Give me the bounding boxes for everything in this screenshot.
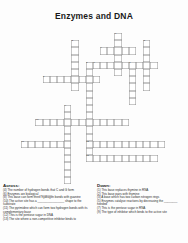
grid-cell[interactable]	[86, 76, 93, 83]
grid-void	[28, 69, 35, 76]
grid-void	[35, 47, 42, 54]
grid-cell[interactable]: 12	[86, 141, 93, 148]
grid-cell[interactable]	[79, 76, 86, 83]
grid-void	[21, 148, 28, 155]
grid-void	[107, 55, 114, 62]
grid-void	[28, 162, 35, 169]
grid-cell[interactable]	[143, 83, 150, 90]
grid-cell[interactable]	[122, 141, 129, 148]
grid-cell[interactable]	[143, 47, 150, 54]
grid-void	[114, 91, 121, 98]
grid-void	[107, 98, 114, 105]
grid-cell[interactable]	[43, 119, 50, 126]
clue-number: 3	[144, 40, 145, 43]
grid-void	[114, 98, 121, 105]
grid-void	[21, 83, 28, 90]
grid-cell[interactable]	[71, 55, 78, 62]
grid-void	[86, 170, 93, 177]
grid-void	[100, 170, 107, 177]
grid-void	[93, 170, 100, 177]
grid-void	[35, 76, 42, 83]
grid-void	[100, 162, 107, 169]
clue-number: 12	[86, 141, 89, 144]
grid-void	[50, 112, 57, 119]
grid-void	[43, 162, 50, 169]
grid-cell[interactable]	[86, 83, 93, 90]
grid-cell[interactable]	[107, 155, 114, 162]
grid-void	[57, 170, 64, 177]
grid-void	[43, 91, 50, 98]
grid-void	[57, 148, 64, 155]
clue-number: 2	[72, 40, 73, 43]
grid-void	[129, 134, 136, 141]
grid-void	[100, 98, 107, 105]
grid-void	[28, 76, 35, 83]
grid-cell[interactable]	[64, 76, 71, 83]
grid-cell[interactable]	[50, 141, 57, 148]
grid-void	[57, 155, 64, 162]
grid-void	[158, 162, 165, 169]
grid-void	[79, 126, 86, 133]
grid-void	[122, 112, 129, 119]
grid-cell[interactable]	[122, 62, 129, 69]
grid-void	[43, 148, 50, 155]
grid-cell[interactable]	[114, 40, 121, 47]
page-title: Enzymes and DNA	[0, 11, 188, 21]
grid-cell[interactable]: 3	[143, 40, 150, 47]
grid-void	[100, 76, 107, 83]
grid-void	[79, 40, 86, 47]
grid-void	[158, 112, 165, 119]
grid-cell[interactable]	[64, 134, 71, 141]
grid-cell[interactable]: 9	[64, 105, 71, 112]
grid-void	[122, 98, 129, 105]
grid-void	[35, 155, 42, 162]
grid-cell[interactable]	[71, 47, 78, 54]
grid-void	[21, 55, 28, 62]
grid-cell[interactable]: 11	[21, 141, 28, 148]
grid-cell[interactable]: 4	[100, 47, 107, 54]
grid-void	[21, 112, 28, 119]
grid-cell[interactable]	[150, 62, 157, 69]
grid-cell[interactable]	[64, 155, 71, 162]
grid-void	[50, 69, 57, 76]
grid-cell[interactable]	[71, 83, 78, 90]
grid-void	[93, 69, 100, 76]
grid-cell[interactable]	[143, 141, 150, 148]
grid-void	[21, 40, 28, 47]
grid-void	[28, 83, 35, 90]
grid-cell[interactable]: 5	[86, 62, 93, 69]
grid-void	[158, 91, 165, 98]
grid-void	[150, 47, 157, 54]
grid-void	[21, 33, 28, 40]
grid-cell[interactable]: 1	[114, 33, 121, 40]
grid-void	[28, 105, 35, 112]
grid-void	[21, 69, 28, 76]
grid-void	[93, 91, 100, 98]
grid-void	[158, 155, 165, 162]
grid-cell[interactable]	[107, 141, 114, 148]
grid-void	[122, 69, 129, 76]
grid-void	[100, 126, 107, 133]
grid-void	[100, 91, 107, 98]
grid-void	[35, 162, 42, 169]
grid-void	[150, 40, 157, 47]
grid-void	[122, 55, 129, 62]
grid-cell[interactable]	[114, 47, 121, 54]
grid-cell[interactable]	[114, 62, 121, 69]
grid-void	[86, 33, 93, 40]
grid-cell[interactable]	[150, 141, 157, 148]
grid-void	[107, 91, 114, 98]
grid-void	[114, 105, 121, 112]
grid-cell[interactable]	[71, 62, 78, 69]
grid-cell[interactable]	[71, 76, 78, 83]
grid-void	[43, 155, 50, 162]
grid-void	[35, 62, 42, 69]
grid-cell[interactable]	[136, 155, 143, 162]
grid-void	[21, 155, 28, 162]
grid-void	[28, 91, 35, 98]
grid-void	[136, 91, 143, 98]
grid-cell[interactable]	[114, 141, 121, 148]
grid-void	[28, 40, 35, 47]
grid-void	[158, 170, 165, 177]
grid-void	[43, 170, 50, 177]
grid-void	[28, 170, 35, 177]
grid-void	[122, 105, 129, 112]
grid-void	[71, 148, 78, 155]
grid-void	[114, 126, 121, 133]
grid-void	[93, 162, 100, 169]
grid-void	[100, 83, 107, 90]
grid-void	[136, 33, 143, 40]
grid-cell[interactable]	[136, 141, 143, 148]
grid-void	[107, 134, 114, 141]
grid-void	[107, 76, 114, 83]
grid-void	[150, 126, 157, 133]
grid-cell[interactable]	[57, 119, 64, 126]
grid-void	[71, 170, 78, 177]
grid-void	[114, 112, 121, 119]
grid-cell[interactable]	[107, 62, 114, 69]
grid-void	[50, 47, 57, 54]
grid-void	[136, 119, 143, 126]
grid-cell[interactable]	[86, 98, 93, 105]
grid-void	[158, 134, 165, 141]
grid-void	[79, 155, 86, 162]
grid-void	[114, 162, 121, 169]
grid-void	[50, 33, 57, 40]
clue-number: 8	[43, 76, 44, 79]
grid-cell[interactable]	[100, 119, 107, 126]
grid-void	[57, 134, 64, 141]
grid-void	[100, 33, 107, 40]
grid-void	[143, 105, 150, 112]
grid-cell[interactable]	[129, 141, 136, 148]
grid-cell[interactable]	[79, 119, 86, 126]
grid-void	[129, 148, 136, 155]
grid-void	[158, 55, 165, 62]
grid-void	[64, 62, 71, 69]
grid-cell[interactable]	[100, 141, 107, 148]
grid-cell[interactable]	[143, 62, 150, 69]
grid-void	[43, 47, 50, 54]
grid-void	[28, 98, 35, 105]
grid-void	[150, 76, 157, 83]
grid-void	[50, 91, 57, 98]
grid-void	[57, 98, 64, 105]
grid-void	[50, 105, 57, 112]
grid-cell[interactable]	[143, 155, 150, 162]
grid-cell[interactable]	[114, 69, 121, 76]
grid-void	[136, 40, 143, 47]
grid-cell[interactable]	[64, 141, 71, 148]
grid-void	[114, 134, 121, 141]
grid-void	[136, 112, 143, 119]
grid-cell[interactable]: 8	[43, 76, 50, 83]
grid-void	[93, 105, 100, 112]
grid-void	[21, 170, 28, 177]
grid-void	[28, 112, 35, 119]
grid-cell[interactable]	[143, 76, 150, 83]
grid-void	[143, 148, 150, 155]
grid-void	[158, 40, 165, 47]
grid-void	[107, 170, 114, 177]
grid-void	[122, 91, 129, 98]
grid-void	[50, 162, 57, 169]
grid-void	[79, 83, 86, 90]
grid-void	[150, 134, 157, 141]
grid-void	[50, 148, 57, 155]
grid-cell[interactable]	[143, 69, 150, 76]
grid-cell[interactable]	[50, 76, 57, 83]
grid-cell[interactable]	[136, 62, 143, 69]
grid-cell[interactable]: 7	[129, 62, 136, 69]
grid-void	[136, 162, 143, 169]
clue: (13) The site where a non-competitive in…	[3, 218, 94, 222]
grid-cell[interactable]	[86, 69, 93, 76]
grid-cell[interactable]	[158, 141, 165, 148]
grid-void	[79, 55, 86, 62]
grid-void	[43, 83, 50, 90]
grid-cell[interactable]	[107, 47, 114, 54]
grid-void	[50, 98, 57, 105]
grid-cell[interactable]	[28, 141, 35, 148]
grid-void	[158, 69, 165, 76]
grid-void	[129, 126, 136, 133]
grid-void	[158, 119, 165, 126]
grid-void	[21, 91, 28, 98]
grid-cell[interactable]	[64, 170, 71, 177]
grid-cell[interactable]	[93, 119, 100, 126]
grid-void	[150, 33, 157, 40]
clue-number: 11	[22, 141, 24, 144]
grid-void	[136, 170, 143, 177]
grid-cell[interactable]	[86, 112, 93, 119]
grid-void	[143, 134, 150, 141]
grid-void	[57, 69, 64, 76]
grid-void	[28, 119, 35, 126]
grid-void	[43, 33, 50, 40]
grid-void	[93, 47, 100, 54]
grid-cell[interactable]	[64, 148, 71, 155]
grid-void	[43, 62, 50, 69]
grid-cell[interactable]	[114, 55, 121, 62]
grid-cell[interactable]	[64, 112, 71, 119]
grid-void	[136, 47, 143, 54]
grid-cell[interactable]	[93, 141, 100, 148]
clue: (9) The type of inhibitor which binds to…	[97, 211, 185, 215]
grid-void	[50, 40, 57, 47]
grid-cell[interactable]	[122, 47, 129, 54]
grid-cell[interactable]	[86, 91, 93, 98]
grid-void	[136, 148, 143, 155]
grid-cell[interactable]	[64, 126, 71, 133]
grid-void	[150, 55, 157, 62]
grid-cell[interactable]	[143, 55, 150, 62]
grid-void	[158, 98, 165, 105]
grid-void	[129, 33, 136, 40]
grid-void	[79, 69, 86, 76]
grid-cell[interactable]	[64, 162, 71, 169]
grid-void	[79, 141, 86, 148]
grid-cell[interactable]	[129, 76, 136, 83]
grid-void	[57, 126, 64, 133]
grid-void	[122, 148, 129, 155]
grid-cell[interactable]	[35, 141, 42, 148]
grid-void	[43, 134, 50, 141]
grid-cell[interactable]	[107, 119, 114, 126]
grid-void	[35, 69, 42, 76]
grid-void	[43, 126, 50, 133]
grid-void	[150, 91, 157, 98]
grid-void	[150, 83, 157, 90]
grid-cell[interactable]	[122, 155, 129, 162]
grid-void	[21, 119, 28, 126]
grid-void	[57, 47, 64, 54]
grid-void	[79, 162, 86, 169]
grid-void	[100, 55, 107, 62]
grid-cell[interactable]	[64, 119, 71, 126]
grid-cell[interactable]	[122, 119, 129, 126]
grid-void	[150, 98, 157, 105]
grid-void	[64, 33, 71, 40]
grid-void	[21, 98, 28, 105]
grid-void	[35, 98, 42, 105]
grid-void	[107, 105, 114, 112]
grid-cell[interactable]	[114, 119, 121, 126]
grid-void	[50, 155, 57, 162]
grid-void	[28, 47, 35, 54]
grid-void	[35, 40, 42, 47]
grid-void	[136, 76, 143, 83]
grid-void	[158, 47, 165, 54]
grid-void	[136, 69, 143, 76]
grid-void	[158, 62, 165, 69]
grid-cell[interactable]: 13	[86, 155, 93, 162]
grid-void	[28, 55, 35, 62]
grid-void	[21, 76, 28, 83]
grid-void	[122, 76, 129, 83]
grid-void	[93, 134, 100, 141]
grid-cell[interactable]	[129, 91, 136, 98]
grid-cell[interactable]	[43, 141, 50, 148]
grid-void	[43, 55, 50, 62]
grid-void	[129, 112, 136, 119]
grid-void	[143, 126, 150, 133]
grid-void	[122, 40, 129, 47]
grid-cell[interactable]	[129, 83, 136, 90]
grid-cell[interactable]	[86, 105, 93, 112]
grid-void	[71, 134, 78, 141]
grid-void	[28, 155, 35, 162]
grid-void	[129, 170, 136, 177]
grid-cell[interactable]: 6	[93, 62, 100, 69]
grid-void	[21, 105, 28, 112]
grid-cell[interactable]	[93, 155, 100, 162]
grid-void	[143, 170, 150, 177]
grid-cell[interactable]	[129, 98, 136, 105]
grid-void	[71, 105, 78, 112]
grid-void	[86, 40, 93, 47]
grid-cell[interactable]	[93, 76, 100, 83]
grid-void	[93, 83, 100, 90]
grid-void	[21, 62, 28, 69]
grid-void	[122, 170, 129, 177]
grid-cell[interactable]	[57, 141, 64, 148]
across-clues: Across: (4) The number of hydrogen bonds…	[3, 183, 94, 221]
grid-void	[93, 33, 100, 40]
grid-void	[35, 148, 42, 155]
grid-void	[71, 162, 78, 169]
grid-cell[interactable]	[57, 76, 64, 83]
grid-void	[35, 105, 42, 112]
grid-void	[79, 33, 86, 40]
grid-void	[71, 141, 78, 148]
grid-cell[interactable]	[86, 119, 93, 126]
grid-cell[interactable]	[114, 155, 121, 162]
grid-cell[interactable]	[50, 119, 57, 126]
grid-void	[136, 134, 143, 141]
grid-void	[100, 69, 107, 76]
grid-void	[28, 126, 35, 133]
grid-void	[79, 170, 86, 177]
grid-void	[122, 126, 129, 133]
grid-cell[interactable]	[129, 47, 136, 54]
grid-cell[interactable]: 10	[35, 119, 42, 126]
grid-void	[71, 112, 78, 119]
grid-cell[interactable]	[100, 155, 107, 162]
grid-cell[interactable]	[86, 126, 93, 133]
grid-cell[interactable]	[150, 155, 157, 162]
grid-cell[interactable]	[100, 62, 107, 69]
grid-void	[71, 155, 78, 162]
clue-number: 13	[86, 155, 89, 158]
grid-cell[interactable]	[71, 69, 78, 76]
grid-cell[interactable]	[129, 69, 136, 76]
grid-cell[interactable]	[71, 119, 78, 126]
grid-void	[114, 148, 121, 155]
grid-void	[57, 40, 64, 47]
grid-cell[interactable]: 2	[71, 40, 78, 47]
grid-cell[interactable]	[129, 155, 136, 162]
grid-void	[43, 112, 50, 119]
grid-void	[158, 105, 165, 112]
grid-void	[107, 69, 114, 76]
grid-void	[136, 98, 143, 105]
